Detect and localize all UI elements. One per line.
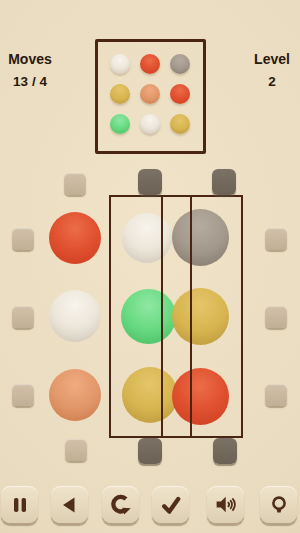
column-3-selection-frame: [161, 195, 243, 438]
hint-button[interactable]: [260, 486, 297, 523]
target-pattern-box: [95, 39, 206, 154]
speaker-icon: [214, 493, 237, 516]
level-panel: Level 2: [248, 51, 296, 89]
column-3-top-handle-active[interactable]: [212, 169, 236, 195]
level-value: 2: [248, 74, 296, 89]
column-2-top-handle-active[interactable]: [138, 169, 162, 195]
target-ball: [110, 114, 130, 134]
restart-button[interactable]: [102, 486, 139, 523]
target-ball: [110, 84, 130, 104]
target-ball: [170, 84, 190, 104]
moves-value: 13 / 4: [6, 74, 54, 89]
restart-icon: [109, 493, 132, 516]
sound-button[interactable]: [207, 486, 244, 523]
target-ball: [110, 54, 130, 74]
column-1-bottom-handle[interactable]: [65, 439, 87, 461]
row-3-left-handle[interactable]: [12, 384, 34, 406]
board-ball[interactable]: [49, 212, 101, 264]
game-screen: Moves 13 / 4 Level 2: [0, 0, 300, 533]
target-ball: [170, 54, 190, 74]
column-1-top-handle[interactable]: [64, 173, 86, 195]
row-2-left-handle[interactable]: [12, 306, 34, 328]
target-ball: [140, 114, 160, 134]
confirm-button[interactable]: [152, 486, 189, 523]
moves-label: Moves: [6, 51, 54, 67]
row-3-right-handle[interactable]: [265, 384, 287, 406]
level-label: Level: [248, 51, 296, 67]
pause-button[interactable]: [1, 486, 38, 523]
board-ball[interactable]: [49, 369, 101, 421]
column-3-bottom-handle-active[interactable]: [213, 438, 237, 464]
target-ball: [170, 114, 190, 134]
check-icon: [160, 494, 182, 516]
row-1-left-handle[interactable]: [12, 228, 34, 250]
row-2-right-handle[interactable]: [265, 306, 287, 328]
row-1-right-handle[interactable]: [265, 228, 287, 250]
column-2-bottom-handle-active[interactable]: [138, 438, 162, 464]
lightbulb-icon: [268, 494, 290, 516]
board-ball[interactable]: [49, 290, 101, 342]
pause-icon: [9, 494, 31, 516]
back-button[interactable]: [51, 486, 88, 523]
target-ball: [140, 54, 160, 74]
moves-panel: Moves 13 / 4: [6, 51, 54, 89]
back-icon: [59, 494, 81, 516]
target-pattern-grid: [110, 54, 203, 134]
target-ball: [140, 84, 160, 104]
